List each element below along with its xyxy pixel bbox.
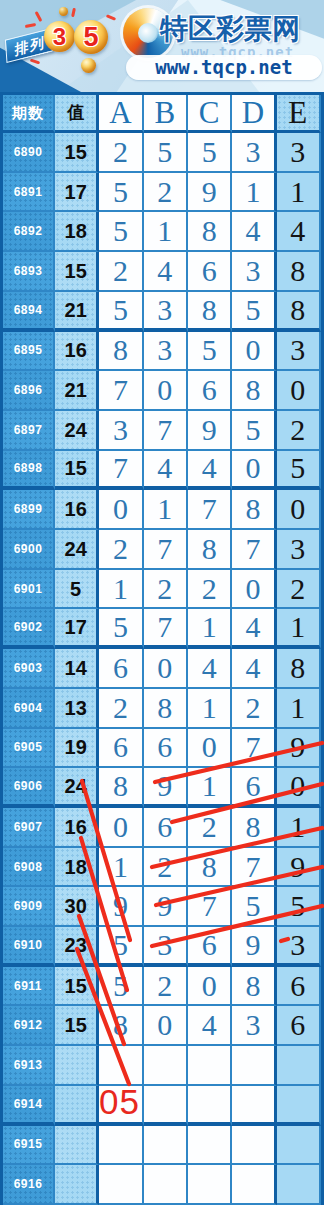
- digit-cell: 1: [277, 609, 321, 649]
- digit-cell: 8: [99, 768, 143, 808]
- digit-cell: 5: [99, 967, 143, 1007]
- period-cell: 6895: [3, 332, 55, 372]
- value-cell: 17: [55, 173, 99, 213]
- digit-cell: 8: [144, 689, 188, 729]
- value-cell: 21: [55, 292, 99, 332]
- digit-cell: 7: [188, 887, 232, 927]
- digit-cell: 1: [144, 490, 188, 530]
- digit-cell: 1: [188, 689, 232, 729]
- digit-cell: 2: [144, 967, 188, 1007]
- digit-cell: 3: [277, 530, 321, 570]
- value-cell: 15: [55, 133, 99, 173]
- value-cell: 23: [55, 927, 99, 967]
- digit-cell: 1: [188, 768, 232, 808]
- digit-cell: 2: [99, 530, 143, 570]
- digit-cell: 8: [277, 252, 321, 292]
- digit-cell: [277, 1086, 321, 1126]
- digit-cell: 6: [99, 649, 143, 689]
- logo-number-3: 3: [53, 25, 66, 49]
- digit-cell: [99, 1046, 143, 1086]
- digit-cell: 2: [188, 808, 232, 848]
- digit-cell: 5: [99, 292, 143, 332]
- digit-cell: 8: [99, 332, 143, 372]
- value-cell: 17: [55, 609, 99, 649]
- logo-ball-3: 3: [44, 21, 75, 52]
- digit-cell: 5: [144, 133, 188, 173]
- digit-cell: 9: [188, 411, 232, 451]
- digit-cell: 2: [144, 570, 188, 610]
- digit-cell: 7: [188, 490, 232, 530]
- digit-cell: 1: [99, 848, 143, 888]
- digit-cell: 1: [277, 173, 321, 213]
- digit-cell: 2: [232, 689, 276, 729]
- digit-cell: 0: [144, 1006, 188, 1046]
- period-cell: 6891: [3, 173, 55, 213]
- value-cell: [55, 1046, 99, 1086]
- digit-cell: 6: [144, 808, 188, 848]
- digit-cell: 1: [277, 689, 321, 729]
- col-header-e: E: [277, 95, 321, 133]
- value-cell: 5: [55, 570, 99, 610]
- digit-cell: 8: [188, 530, 232, 570]
- digit-cell: 7: [144, 609, 188, 649]
- period-cell: 6903: [3, 649, 55, 689]
- digit-cell: 2: [277, 570, 321, 610]
- digit-cell: 0: [232, 570, 276, 610]
- digit-cell: [144, 1086, 188, 1126]
- digit-cell: 3: [232, 133, 276, 173]
- value-cell: 15: [55, 1006, 99, 1046]
- digit-cell: 2: [99, 133, 143, 173]
- period-cell: 6890: [3, 133, 55, 173]
- digit-cell: 8: [232, 967, 276, 1007]
- digit-cell: 8: [232, 371, 276, 411]
- period-cell: 6908: [3, 848, 55, 888]
- digit-cell: [144, 1165, 188, 1205]
- digit-cell: 6: [144, 729, 188, 769]
- digit-cell: [188, 1046, 232, 1086]
- period-cell: 6898: [3, 451, 55, 491]
- value-cell: 18: [55, 212, 99, 252]
- period-cell: 6916: [3, 1165, 55, 1205]
- digit-cell: 0: [144, 371, 188, 411]
- digit-cell: 0: [99, 808, 143, 848]
- digit-cell: 5: [277, 451, 321, 491]
- period-cell: 6914: [3, 1086, 55, 1126]
- digit-cell: 9: [232, 927, 276, 967]
- period-cell: 6904: [3, 689, 55, 729]
- digit-cell: [277, 1046, 321, 1086]
- period-cell: 6909: [3, 887, 55, 927]
- digit-cell: 9: [144, 887, 188, 927]
- digit-cell: 3: [99, 411, 143, 451]
- digit-cell: [188, 1165, 232, 1205]
- col-header-period: 期数: [3, 95, 55, 133]
- period-cell: 6897: [3, 411, 55, 451]
- digit-cell: 5: [232, 292, 276, 332]
- digit-cell: 8: [188, 848, 232, 888]
- digit-cell: [232, 1165, 276, 1205]
- digit-cell: 8: [277, 649, 321, 689]
- digit-cell: 5: [232, 411, 276, 451]
- period-cell: 6901: [3, 570, 55, 610]
- digit-cell: 6: [188, 252, 232, 292]
- value-cell: 15: [55, 967, 99, 1007]
- col-header-b: B: [144, 95, 188, 133]
- value-cell: 24: [55, 411, 99, 451]
- digit-cell: 5: [99, 927, 143, 967]
- digit-cell: 3: [144, 332, 188, 372]
- period-cell: 6896: [3, 371, 55, 411]
- digit-cell: 3: [277, 332, 321, 372]
- digit-cell: 9: [188, 173, 232, 213]
- digit-cell: 3: [232, 1006, 276, 1046]
- digit-cell: 4: [144, 252, 188, 292]
- digit-cell: [144, 1126, 188, 1166]
- digit-cell: 8: [232, 808, 276, 848]
- period-cell: 6911: [3, 967, 55, 1007]
- digit-cell: 9: [277, 848, 321, 888]
- value-cell: 14: [55, 649, 99, 689]
- digit-cell: 2: [188, 570, 232, 610]
- digit-cell: 4: [232, 212, 276, 252]
- digit-cell: [232, 1086, 276, 1126]
- digit-cell: 5: [99, 212, 143, 252]
- digit-cell: [99, 1165, 143, 1205]
- period-cell: 6899: [3, 490, 55, 530]
- digit-cell: 8: [188, 292, 232, 332]
- digit-cell: 4: [188, 451, 232, 491]
- digit-cell: [188, 1086, 232, 1126]
- digit-cell: 1: [144, 212, 188, 252]
- digit-cell: 2: [144, 173, 188, 213]
- digit-cell: 0: [188, 967, 232, 1007]
- digit-cell: 4: [232, 649, 276, 689]
- digit-cell: 6: [232, 768, 276, 808]
- value-cell: 13: [55, 689, 99, 729]
- digit-cell: 7: [144, 411, 188, 451]
- digit-cell: 7: [232, 530, 276, 570]
- site-url[interactable]: www.tqcp.net: [155, 58, 292, 77]
- digit-cell: 1: [277, 808, 321, 848]
- col-header-a: A: [99, 95, 143, 133]
- digit-cell: [277, 1126, 321, 1166]
- digit-cell: [144, 1046, 188, 1086]
- digit-cell: 3: [144, 292, 188, 332]
- digit-cell: 1: [188, 609, 232, 649]
- digit-cell: 1: [99, 570, 143, 610]
- value-cell: [55, 1086, 99, 1126]
- digit-cell: 5: [188, 332, 232, 372]
- site-name: 特区彩票网: [160, 14, 300, 45]
- period-cell: 6902: [3, 609, 55, 649]
- value-cell: 18: [55, 848, 99, 888]
- period-cell: 6906: [3, 768, 55, 808]
- digit-cell: 0: [99, 490, 143, 530]
- digit-cell: 9: [144, 768, 188, 808]
- period-cell: 6900: [3, 530, 55, 570]
- digit-cell: 5: [99, 609, 143, 649]
- col-header-value: 值: [55, 95, 99, 133]
- digit-cell: 8: [232, 490, 276, 530]
- period-cell: 6910: [3, 927, 55, 967]
- logo-number-5: 5: [83, 24, 98, 51]
- value-cell: [55, 1126, 99, 1166]
- digit-cell: 0: [277, 371, 321, 411]
- digit-cell: 6: [99, 729, 143, 769]
- digit-cell: 9: [277, 729, 321, 769]
- value-cell: 16: [55, 808, 99, 848]
- digit-cell: [99, 1126, 143, 1166]
- digit-cell: 5: [232, 887, 276, 927]
- digit-cell: 7: [232, 848, 276, 888]
- digit-cell: 4: [232, 609, 276, 649]
- value-cell: 30: [55, 887, 99, 927]
- digit-cell: 7: [232, 729, 276, 769]
- digit-cell: 0: [188, 729, 232, 769]
- digit-cell: 7: [144, 530, 188, 570]
- digit-cell: 8: [277, 292, 321, 332]
- period-cell: 6905: [3, 729, 55, 769]
- logo-ball-small: [81, 58, 96, 73]
- logo-ball-5: 5: [74, 20, 108, 54]
- digit-cell: 9: [99, 887, 143, 927]
- value-cell: 15: [55, 451, 99, 491]
- period-cell: 6893: [3, 252, 55, 292]
- trend-table: 期数值ABCDE68901525533689117529116892185184…: [0, 92, 324, 1205]
- value-cell: 16: [55, 490, 99, 530]
- logo-series-text: 排列: [12, 35, 46, 56]
- value-cell: 19: [55, 729, 99, 769]
- url-strip[interactable]: www.tqcp.net: [126, 55, 322, 80]
- digit-cell: [188, 1126, 232, 1166]
- logo-ball-tiny: [59, 7, 68, 16]
- digit-cell: 0: [277, 490, 321, 530]
- digit-cell: 2: [99, 252, 143, 292]
- period-cell: 6907: [3, 808, 55, 848]
- value-cell: 24: [55, 530, 99, 570]
- digit-cell: [232, 1046, 276, 1086]
- digit-cell: 6: [188, 927, 232, 967]
- banner: 排列 3 5 特区彩票网 www.tqcp.net www.tqcp.net: [0, 0, 324, 92]
- value-cell: 21: [55, 371, 99, 411]
- digit-cell: 1: [232, 173, 276, 213]
- digit-cell: 8: [188, 212, 232, 252]
- digit-cell: 4: [277, 212, 321, 252]
- digit-cell: 4: [144, 451, 188, 491]
- digit-cell: 4: [188, 1006, 232, 1046]
- digit-cell: 2: [99, 689, 143, 729]
- annotation-05: 05: [99, 1084, 140, 1119]
- digit-cell: 7: [99, 451, 143, 491]
- period-cell: 6892: [3, 212, 55, 252]
- col-header-c: C: [188, 95, 232, 133]
- digit-cell: 6: [188, 371, 232, 411]
- value-cell: 24: [55, 768, 99, 808]
- value-cell: [55, 1165, 99, 1205]
- digit-cell: 7: [99, 371, 143, 411]
- digit-cell: 5: [277, 887, 321, 927]
- digit-cell: 6: [277, 1006, 321, 1046]
- digit-cell: 0: [144, 649, 188, 689]
- page: 排列 3 5 特区彩票网 www.tqcp.net www.tqcp.net 期…: [0, 0, 324, 1205]
- digit-cell: 3: [232, 252, 276, 292]
- digit-cell: 4: [188, 649, 232, 689]
- period-cell: 6915: [3, 1126, 55, 1166]
- col-header-d: D: [232, 95, 276, 133]
- digit-cell: 2: [277, 411, 321, 451]
- digit-cell: 5: [188, 133, 232, 173]
- digit-cell: [232, 1126, 276, 1166]
- value-cell: 16: [55, 332, 99, 372]
- burst-ray-decoration: [106, 14, 116, 21]
- burst-ray-decoration: [30, 59, 40, 65]
- digit-cell: 3: [277, 927, 321, 967]
- digit-cell: 0: [232, 451, 276, 491]
- period-cell: 6913: [3, 1046, 55, 1086]
- digit-cell: 2: [144, 848, 188, 888]
- digit-cell: 8: [99, 1006, 143, 1046]
- digit-cell: 6: [277, 967, 321, 1007]
- digit-cell: 3: [277, 133, 321, 173]
- period-cell: 6894: [3, 292, 55, 332]
- digit-cell: 0: [232, 332, 276, 372]
- digit-cell: [277, 1165, 321, 1205]
- period-cell: 6912: [3, 1006, 55, 1046]
- digit-cell: 5: [99, 173, 143, 213]
- value-cell: 15: [55, 252, 99, 292]
- digit-cell: 0: [277, 768, 321, 808]
- digit-cell: 3: [144, 927, 188, 967]
